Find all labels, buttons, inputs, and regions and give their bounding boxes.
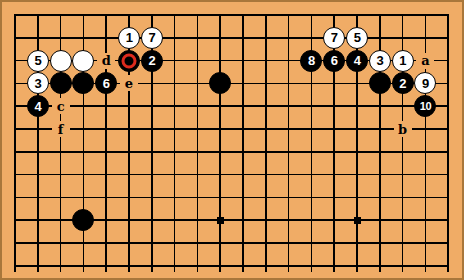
stone-number: 4	[354, 54, 361, 67]
grid-line-horizontal	[14, 37, 449, 39]
stone-number: 1	[126, 31, 133, 44]
stone-white: 7	[141, 27, 163, 49]
star-point-icon	[217, 217, 224, 224]
star-point-icon	[354, 217, 361, 224]
grid-line-vertical	[447, 14, 449, 272]
stone-number: 5	[34, 54, 41, 67]
stone-black: 6	[323, 50, 345, 72]
stone-black	[50, 72, 72, 94]
grid-line-vertical	[219, 14, 221, 272]
stone-number: 6	[331, 54, 338, 67]
stone-white: 1	[392, 50, 414, 72]
stone-white	[72, 50, 94, 72]
grid-line-vertical	[14, 14, 16, 272]
stone-number: 2	[148, 54, 155, 67]
stone-white: 3	[27, 72, 49, 94]
stone-black: 4	[27, 95, 49, 117]
grid-line-horizontal	[14, 197, 449, 199]
grid-line-horizontal	[14, 105, 449, 107]
grid-line-vertical	[288, 14, 290, 272]
point-label-f: f	[52, 121, 70, 137]
grid-line-vertical	[242, 14, 244, 272]
stone-white: 3	[369, 50, 391, 72]
grid-line-horizontal	[14, 242, 449, 244]
grid-line-horizontal	[14, 174, 449, 176]
grid-line-horizontal	[14, 14, 449, 16]
point-label-b: b	[394, 121, 412, 137]
stone-black: 6	[95, 72, 117, 94]
stone-white: 1	[118, 27, 140, 49]
grid-line-vertical	[265, 14, 267, 272]
grid-line-horizontal	[14, 151, 449, 153]
stone-black: 2	[392, 72, 414, 94]
stone-black	[72, 209, 94, 231]
stone-number: 9	[422, 77, 429, 90]
stone-number: 3	[34, 77, 41, 90]
stone-black	[72, 72, 94, 94]
stone-number: 8	[308, 54, 315, 67]
stone-number: 3	[376, 54, 383, 67]
red-circle-mark-icon	[122, 53, 137, 68]
stone-white: 9	[414, 72, 436, 94]
stone-black: 2	[141, 50, 163, 72]
stone-black: 4	[346, 50, 368, 72]
stone-black: 10	[414, 95, 436, 117]
stone-number: 4	[34, 100, 41, 113]
stone-number: 6	[103, 77, 110, 90]
stone-white: 5	[346, 27, 368, 49]
grid-line-vertical	[174, 14, 176, 272]
stone-number: 10	[420, 101, 431, 112]
stone-white: 7	[323, 27, 345, 49]
point-label-a: a	[416, 53, 434, 69]
grid-line-horizontal	[14, 265, 449, 267]
stone-number: 1	[399, 54, 406, 67]
stone-black	[369, 72, 391, 94]
go-diagram: daecfb177552864313629410	[0, 0, 464, 280]
grid-line-vertical	[197, 14, 199, 272]
point-label-e: e	[120, 75, 138, 91]
grid-line-horizontal	[14, 128, 449, 130]
stone-number: 7	[148, 31, 155, 44]
stone-black	[118, 50, 140, 72]
stone-black	[209, 72, 231, 94]
stone-white: 5	[27, 50, 49, 72]
stone-black: 8	[300, 50, 322, 72]
stone-white	[50, 50, 72, 72]
stone-number: 7	[331, 31, 338, 44]
stone-number: 5	[354, 31, 361, 44]
point-label-c: c	[52, 98, 70, 114]
stone-number: 2	[399, 77, 406, 90]
point-label-d: d	[97, 53, 115, 69]
